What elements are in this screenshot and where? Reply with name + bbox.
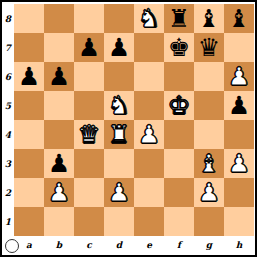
square-h1[interactable] (224, 207, 254, 236)
rank-label-7: 7 (2, 33, 14, 62)
square-b5[interactable] (44, 91, 74, 120)
square-g4[interactable] (194, 120, 224, 149)
square-b2[interactable]: ♟ (44, 178, 74, 207)
rank-label-4: 4 (2, 120, 14, 149)
square-b3[interactable]: ♟ (44, 149, 74, 178)
rank-label-5: 5 (2, 91, 14, 120)
square-d4[interactable]: ♜ (104, 120, 134, 149)
square-g5[interactable] (194, 91, 224, 120)
square-a3[interactable] (14, 149, 44, 178)
square-g3[interactable]: ♝ (194, 149, 224, 178)
piece-black-pawn[interactable]: ♟ (18, 62, 40, 91)
white-to-move-indicator (5, 239, 19, 253)
square-a7[interactable] (14, 33, 44, 62)
file-label-e: e (134, 236, 164, 253)
piece-black-bishop[interactable]: ♝ (198, 4, 220, 33)
piece-black-pawn[interactable]: ♟ (228, 91, 250, 120)
chess-board[interactable]: ♞♜♝♝♟♟♚♛♟♟♟♞♚♟♛♜♟♟♝♟♟♟♟ (14, 4, 254, 236)
square-h2[interactable] (224, 178, 254, 207)
square-e5[interactable] (134, 91, 164, 120)
square-f4[interactable] (164, 120, 194, 149)
square-a4[interactable] (14, 120, 44, 149)
piece-white-pawn[interactable]: ♟ (228, 149, 250, 178)
square-e6[interactable] (134, 62, 164, 91)
file-label-f: f (164, 236, 194, 253)
square-g7[interactable]: ♛ (194, 33, 224, 62)
piece-black-pawn[interactable]: ♟ (78, 33, 100, 62)
square-f3[interactable] (164, 149, 194, 178)
square-h8[interactable]: ♝ (224, 4, 254, 33)
piece-black-bishop[interactable]: ♝ (228, 4, 250, 33)
square-e7[interactable] (134, 33, 164, 62)
square-e4[interactable]: ♟ (134, 120, 164, 149)
square-c6[interactable] (74, 62, 104, 91)
square-f6[interactable] (164, 62, 194, 91)
square-f2[interactable] (164, 178, 194, 207)
file-label-d: d (104, 236, 134, 253)
rank-label-2: 2 (2, 178, 14, 207)
piece-white-pawn[interactable]: ♟ (108, 178, 130, 207)
piece-white-knight[interactable]: ♞ (138, 4, 160, 33)
square-c8[interactable] (74, 4, 104, 33)
square-b1[interactable] (44, 207, 74, 236)
square-a6[interactable]: ♟ (14, 62, 44, 91)
piece-white-king[interactable]: ♚ (168, 91, 190, 120)
square-g2[interactable]: ♟ (194, 178, 224, 207)
square-f5[interactable]: ♚ (164, 91, 194, 120)
square-d1[interactable] (104, 207, 134, 236)
rank-label-3: 3 (2, 149, 14, 178)
square-e1[interactable] (134, 207, 164, 236)
file-labels: abcdefgh (14, 236, 254, 253)
square-b4[interactable] (44, 120, 74, 149)
piece-white-rook[interactable]: ♜ (108, 120, 130, 149)
square-f7[interactable]: ♚ (164, 33, 194, 62)
rank-label-8: 8 (2, 4, 14, 33)
piece-white-pawn[interactable]: ♟ (48, 178, 70, 207)
square-f1[interactable] (164, 207, 194, 236)
square-b7[interactable] (44, 33, 74, 62)
square-a1[interactable] (14, 207, 44, 236)
square-a8[interactable] (14, 4, 44, 33)
square-d5[interactable]: ♞ (104, 91, 134, 120)
file-label-c: c (74, 236, 104, 253)
file-label-b: b (44, 236, 74, 253)
square-g8[interactable]: ♝ (194, 4, 224, 33)
chess-diagram: 87654321 ♞♜♝♝♟♟♚♛♟♟♟♞♚♟♛♜♟♟♝♟♟♟♟ abcdefg… (0, 0, 257, 257)
piece-white-pawn[interactable]: ♟ (198, 178, 220, 207)
square-b6[interactable]: ♟ (44, 62, 74, 91)
square-c4[interactable]: ♛ (74, 120, 104, 149)
square-d8[interactable] (104, 4, 134, 33)
piece-black-pawn[interactable]: ♟ (108, 33, 130, 62)
piece-white-queen[interactable]: ♛ (78, 120, 100, 149)
square-e2[interactable] (134, 178, 164, 207)
file-label-g: g (194, 236, 224, 253)
square-d6[interactable] (104, 62, 134, 91)
square-e3[interactable] (134, 149, 164, 178)
rank-label-1: 1 (2, 207, 14, 236)
piece-black-queen[interactable]: ♛ (198, 33, 220, 62)
piece-black-rook[interactable]: ♜ (168, 4, 190, 33)
piece-white-bishop[interactable]: ♝ (198, 149, 220, 178)
rank-label-6: 6 (2, 62, 14, 91)
square-h6[interactable]: ♟ (224, 62, 254, 91)
square-c2[interactable] (74, 178, 104, 207)
square-a5[interactable] (14, 91, 44, 120)
square-f8[interactable]: ♜ (164, 4, 194, 33)
piece-black-pawn[interactable]: ♟ (48, 62, 70, 91)
square-c3[interactable] (74, 149, 104, 178)
square-h3[interactable]: ♟ (224, 149, 254, 178)
piece-white-knight[interactable]: ♞ (108, 91, 130, 120)
piece-black-pawn[interactable]: ♟ (48, 149, 70, 178)
square-c5[interactable] (74, 91, 104, 120)
piece-white-pawn[interactable]: ♟ (138, 120, 160, 149)
square-c7[interactable]: ♟ (74, 33, 104, 62)
square-d3[interactable] (104, 149, 134, 178)
square-a2[interactable] (14, 178, 44, 207)
piece-white-pawn[interactable]: ♟ (228, 62, 250, 91)
file-label-h: h (224, 236, 254, 253)
square-g6[interactable] (194, 62, 224, 91)
square-d2[interactable]: ♟ (104, 178, 134, 207)
square-h4[interactable] (224, 120, 254, 149)
square-h7[interactable] (224, 33, 254, 62)
square-d7[interactable]: ♟ (104, 33, 134, 62)
square-h5[interactable]: ♟ (224, 91, 254, 120)
square-c1[interactable] (74, 207, 104, 236)
square-b8[interactable] (44, 4, 74, 33)
piece-black-king[interactable]: ♚ (168, 33, 190, 62)
square-g1[interactable] (194, 207, 224, 236)
rank-labels: 87654321 (2, 4, 14, 236)
square-e8[interactable]: ♞ (134, 4, 164, 33)
